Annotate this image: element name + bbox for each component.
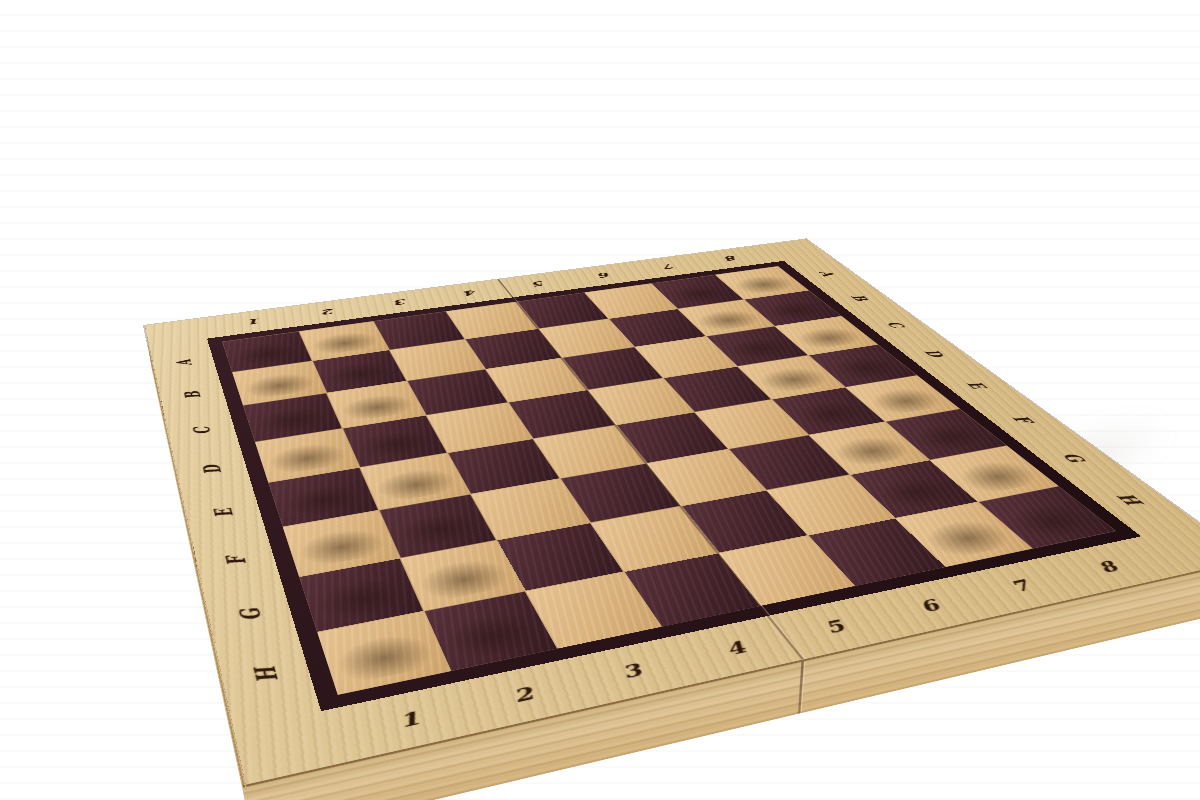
fold-seam — [798, 661, 804, 714]
coord-file-f-left: F — [221, 554, 252, 568]
coord-file-a-left: A — [172, 358, 196, 367]
coord-rank-2-front: 2 — [509, 683, 537, 706]
square-h1[interactable]: ♜ — [318, 612, 450, 695]
coord-rank-5-front: 5 — [819, 617, 849, 637]
rook-glyph: ♜ — [280, 436, 488, 656]
coord-rank-6-far: 6 — [596, 271, 613, 279]
coord-rank-7-front: 7 — [1005, 577, 1036, 595]
coord-rank-4-far: 4 — [463, 289, 480, 297]
chess-board: ♜♟♟♜♞♟♟♞♝♟♟♝♛♟♟♛♚♟♟♚♝♟♟♝♞♟♟♞♜♟♟♜ 11AA22B… — [145, 239, 1200, 784]
brass-clasp-icon — [159, 384, 165, 420]
coord-file-e-left: E — [209, 506, 238, 519]
coord-rank-1-front: 1 — [396, 708, 423, 732]
coord-rank-3-front: 3 — [617, 660, 646, 681]
coord-rank-4-front: 4 — [720, 638, 749, 659]
coord-file-d-left: D — [198, 463, 226, 476]
coord-file-b-left: B — [180, 390, 205, 400]
photo-stage: ♜♟♟♜♞♟♟♞♝♟♟♝♛♟♟♛♚♟♟♚♝♟♟♝♞♟♟♞♜♟♟♜ 11AA22B… — [0, 0, 1200, 800]
brass-clasp-icon — [190, 527, 197, 570]
coord-rank-8-front: 8 — [1092, 558, 1124, 575]
coord-file-h-left: H — [248, 665, 284, 686]
coord-file-c-left: C — [188, 425, 214, 436]
coord-file-g-left: G — [233, 606, 266, 623]
coord-rank-5-far: 5 — [531, 280, 548, 288]
pawn-glyph: ♟ — [912, 420, 1023, 538]
coord-rank-6-front: 6 — [914, 596, 945, 615]
